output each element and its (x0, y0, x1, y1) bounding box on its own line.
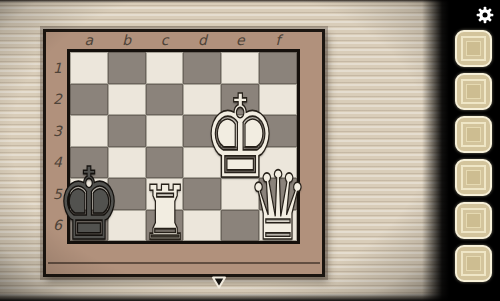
inventory-sidebar (422, 0, 500, 301)
slot-core (466, 213, 481, 228)
piece-white-tower-c6[interactable]: ♜ (140, 176, 188, 251)
slot-inner-border (461, 208, 486, 233)
square-c1[interactable] (146, 52, 184, 84)
piece-dark-man-a6[interactable]: ♚ (57, 155, 122, 255)
slot-inner-border (461, 36, 486, 61)
file-labels: abcdef (70, 32, 297, 49)
inventory-slot-3[interactable] (455, 116, 492, 153)
file-label-a: a (70, 32, 108, 49)
square-c3[interactable] (146, 115, 184, 147)
game-screen: abcdef 123456 ♚♜♚♛ (0, 0, 500, 301)
inventory-slot-4[interactable] (455, 159, 492, 196)
square-a3[interactable] (70, 115, 108, 147)
inventory-slot-5[interactable] (455, 202, 492, 239)
square-b3[interactable] (108, 115, 146, 147)
rank-label-2: 2 (48, 84, 67, 116)
file-label-b: b (108, 32, 146, 49)
slot-inner-border (461, 251, 486, 276)
square-a2[interactable] (70, 84, 108, 116)
inventory-slot-6[interactable] (455, 245, 492, 282)
inventory-slot-1[interactable] (455, 30, 492, 67)
slot-core (466, 41, 481, 56)
down-arrow-icon (211, 277, 227, 292)
inventory-slots (455, 30, 492, 282)
inventory-slot-2[interactable] (455, 73, 492, 110)
slot-core (466, 170, 481, 185)
square-b1[interactable] (108, 52, 146, 84)
file-label-d: d (183, 32, 221, 49)
down-arrow-button[interactable] (211, 276, 227, 292)
slot-core (466, 256, 481, 271)
slot-inner-border (461, 122, 486, 147)
rank-label-3: 3 (48, 115, 67, 147)
file-label-e: e (221, 32, 259, 49)
square-b2[interactable] (108, 84, 146, 116)
frame-bottom-ledge (48, 262, 320, 264)
slot-core (466, 127, 481, 142)
file-label-c: c (146, 32, 184, 49)
slot-inner-border (461, 79, 486, 104)
chess-board-frame: abcdef 123456 ♚♜♚♛ (43, 29, 325, 277)
settings-button[interactable] (474, 5, 496, 27)
file-label-f: f (259, 32, 297, 49)
slot-inner-border (461, 165, 486, 190)
square-c2[interactable] (146, 84, 184, 116)
slot-core (466, 84, 481, 99)
square-a1[interactable] (70, 52, 108, 84)
piece-white-woman-f6[interactable]: ♛ (247, 159, 308, 254)
rank-label-1: 1 (48, 52, 67, 84)
gear-icon (475, 13, 495, 28)
